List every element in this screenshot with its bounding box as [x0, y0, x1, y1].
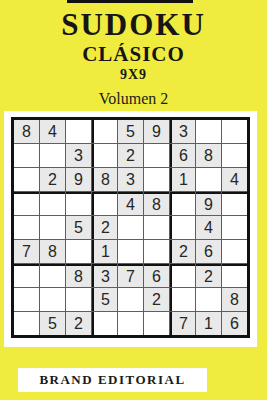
sudoku-cell-r3c5: 3: [118, 168, 143, 191]
sudoku-cell-r4c2: [40, 192, 65, 215]
sudoku-cell-r1c9: [222, 120, 247, 143]
sudoku-cell-r4c8: 9: [196, 192, 221, 215]
sudoku-cell-r1c3: [66, 120, 91, 143]
sudoku-cell-r4c6: 8: [144, 192, 169, 215]
sudoku-cell-r1c5: 5: [118, 120, 143, 143]
sudoku-cell-r8c4: 5: [92, 288, 117, 311]
sudoku-cell-r7c7: [170, 264, 195, 287]
sudoku-cell-r9c9: 6: [222, 312, 247, 335]
sudoku-cell-r7c3: 8: [66, 264, 91, 287]
sudoku-cell-r3c1: [14, 168, 39, 191]
sudoku-cell-r3c2: 2: [40, 168, 65, 191]
sudoku-cell-r3c7: 1: [170, 168, 195, 191]
sudoku-cell-r7c5: 7: [118, 264, 143, 287]
publisher-box: BRAND EDITORIAL: [18, 368, 207, 392]
sudoku-cell-r5c4: 2: [92, 216, 117, 239]
sudoku-cell-r2c3: 3: [66, 144, 91, 167]
title-main: SUDOKU: [0, 8, 267, 42]
sudoku-cell-r8c1: [14, 288, 39, 311]
sudoku-cell-r4c3: [66, 192, 91, 215]
sudoku-cell-r5c1: [14, 216, 39, 239]
title-subline: CLÁSICO: [0, 42, 267, 66]
sudoku-cell-r4c9: [222, 192, 247, 215]
sudoku-cell-r9c7: 7: [170, 312, 195, 335]
sudoku-cell-r4c4: [92, 192, 117, 215]
publisher-label: BRAND EDITORIAL: [39, 372, 185, 388]
sudoku-cell-r8c2: [40, 288, 65, 311]
title-block: SUDOKU CLÁSICO 9X9: [0, 8, 267, 83]
sudoku-cell-r9c4: [92, 312, 117, 335]
sudoku-cell-r2c5: 2: [118, 144, 143, 167]
sudoku-cell-r5c6: [144, 216, 169, 239]
sudoku-cell-r5c8: 4: [196, 216, 221, 239]
sudoku-cell-r1c8: [196, 120, 221, 143]
sudoku-cell-r7c9: [222, 264, 247, 287]
sudoku-cell-r7c6: 6: [144, 264, 169, 287]
sudoku-cell-r1c7: 3: [170, 120, 195, 143]
sudoku-cell-r8c5: [118, 288, 143, 311]
sudoku-cell-r6c4: 1: [92, 240, 117, 263]
sudoku-cell-r3c6: [144, 168, 169, 191]
sudoku-cell-r2c4: [92, 144, 117, 167]
sudoku-cell-r9c8: 1: [196, 312, 221, 335]
sudoku-cell-r8c7: [170, 288, 195, 311]
sudoku-cell-r3c9: 4: [222, 168, 247, 191]
sudoku-cell-r8c3: [66, 288, 91, 311]
sudoku-cell-r6c1: 7: [14, 240, 39, 263]
sudoku-cell-r7c4: 3: [92, 264, 117, 287]
sudoku-cell-r2c1: [14, 144, 39, 167]
sudoku-cell-r4c1: [14, 192, 39, 215]
sudoku-cell-r8c8: [196, 288, 221, 311]
top-edge-bar: [67, 0, 193, 3]
sudoku-cell-r9c1: [14, 312, 39, 335]
sudoku-cell-r2c6: [144, 144, 169, 167]
sudoku-cell-r5c3: 5: [66, 216, 91, 239]
sudoku-cell-r6c6: [144, 240, 169, 263]
sudoku-cell-r5c9: [222, 216, 247, 239]
title-grid-size: 9X9: [0, 66, 267, 83]
sudoku-cell-r8c9: 8: [222, 288, 247, 311]
sudoku-cell-r9c2: 5: [40, 312, 65, 335]
sudoku-cell-r5c5: [118, 216, 143, 239]
sudoku-cell-r5c7: [170, 216, 195, 239]
sudoku-cell-r2c8: 8: [196, 144, 221, 167]
sudoku-cell-r1c6: 9: [144, 120, 169, 143]
sudoku-cell-r2c2: [40, 144, 65, 167]
sudoku-cell-r2c7: 6: [170, 144, 195, 167]
book-cover-background: SUDOKU CLÁSICO 9X9 Volumen 2 84593326829…: [0, 0, 267, 400]
sudoku-cell-r1c4: [92, 120, 117, 143]
sudoku-board: 845933268298314489524781268376252852716: [11, 117, 250, 338]
sudoku-cell-r3c3: 9: [66, 168, 91, 191]
sudoku-cell-r9c3: 2: [66, 312, 91, 335]
sudoku-cell-r6c3: [66, 240, 91, 263]
sudoku-cell-r6c2: 8: [40, 240, 65, 263]
sudoku-cell-r8c6: 2: [144, 288, 169, 311]
sudoku-cell-r6c9: [222, 240, 247, 263]
sudoku-cell-r1c2: 4: [40, 120, 65, 143]
sudoku-cell-r3c4: 8: [92, 168, 117, 191]
sudoku-panel: 845933268298314489524781268376252852716: [4, 111, 257, 347]
sudoku-cell-r9c5: [118, 312, 143, 335]
sudoku-cell-r7c8: 2: [196, 264, 221, 287]
sudoku-cell-r6c7: 2: [170, 240, 195, 263]
sudoku-cell-r5c2: [40, 216, 65, 239]
sudoku-cell-r7c2: [40, 264, 65, 287]
sudoku-cell-r6c5: [118, 240, 143, 263]
sudoku-cell-r6c8: 6: [196, 240, 221, 263]
sudoku-cell-r4c7: [170, 192, 195, 215]
sudoku-cell-r4c5: 4: [118, 192, 143, 215]
sudoku-cell-r7c1: [14, 264, 39, 287]
sudoku-cell-r3c8: [196, 168, 221, 191]
sudoku-cell-r1c1: 8: [14, 120, 39, 143]
sudoku-cell-r9c6: [144, 312, 169, 335]
sudoku-cell-r2c9: [222, 144, 247, 167]
volume-label: Volumen 2: [0, 90, 267, 108]
